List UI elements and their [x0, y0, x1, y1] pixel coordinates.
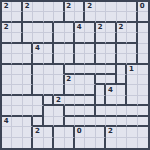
- cell-10-9[interactable]: [96, 106, 106, 116]
- cell-6-0[interactable]: [2, 65, 12, 75]
- room-clue: 4: [77, 24, 82, 31]
- cell-12-10[interactable]: 2: [106, 127, 116, 137]
- cell-7-12[interactable]: [127, 75, 137, 85]
- cell-11-3[interactable]: [33, 117, 43, 127]
- cell-0-8[interactable]: 2: [85, 2, 95, 12]
- room-clue: 2: [25, 3, 30, 10]
- cell-11-0[interactable]: 4: [2, 117, 12, 127]
- cell-8-8[interactable]: [85, 85, 95, 95]
- cell-10-3[interactable]: [33, 106, 43, 116]
- cell-6-2[interactable]: [23, 65, 33, 75]
- cell-12-8[interactable]: [85, 127, 95, 137]
- cell-10-10[interactable]: [106, 106, 116, 116]
- cell-8-1[interactable]: [12, 85, 22, 95]
- cell-7-1[interactable]: [12, 75, 22, 85]
- cell-13-3[interactable]: [33, 138, 43, 148]
- cell-2-1[interactable]: [12, 23, 22, 33]
- cell-2-11[interactable]: 2: [117, 23, 127, 33]
- cell-11-12[interactable]: [127, 117, 137, 127]
- cell-5-4[interactable]: [44, 54, 54, 64]
- cell-13-12[interactable]: [127, 138, 137, 148]
- room-clue: 2: [35, 128, 40, 135]
- cell-7-8[interactable]: [85, 75, 95, 85]
- cell-3-10[interactable]: [106, 33, 116, 43]
- cell-5-11[interactable]: [117, 54, 127, 64]
- cell-4-9[interactable]: [96, 44, 106, 54]
- cell-5-6[interactable]: [65, 54, 75, 64]
- cell-6-7[interactable]: [75, 65, 85, 75]
- cell-7-11[interactable]: [117, 75, 127, 85]
- room-clue: 2: [4, 24, 9, 31]
- cell-8-12[interactable]: [127, 85, 137, 95]
- cell-8-3[interactable]: [33, 85, 43, 95]
- cell-12-12[interactable]: [127, 127, 137, 137]
- cell-7-3[interactable]: [33, 75, 43, 85]
- cell-0-2[interactable]: 2: [23, 2, 33, 12]
- cell-0-7[interactable]: [75, 2, 85, 12]
- cell-11-10[interactable]: [106, 117, 116, 127]
- cell-8-10[interactable]: 4: [106, 85, 116, 95]
- cell-5-13[interactable]: [138, 54, 148, 64]
- cell-4-4[interactable]: [44, 44, 54, 54]
- cell-3-8[interactable]: [85, 33, 95, 43]
- cell-12-5[interactable]: [54, 127, 64, 137]
- cell-6-6[interactable]: [65, 65, 75, 75]
- cell-11-7[interactable]: [75, 117, 85, 127]
- cell-10-5[interactable]: [54, 106, 64, 116]
- cell-10-4[interactable]: [44, 106, 54, 116]
- cell-3-5[interactable]: [54, 33, 64, 43]
- cell-0-12[interactable]: [127, 2, 137, 12]
- cell-9-10[interactable]: [106, 96, 116, 106]
- cell-7-0[interactable]: [2, 75, 12, 85]
- cell-12-3[interactable]: 2: [33, 127, 43, 137]
- cell-1-9[interactable]: [96, 12, 106, 22]
- cell-9-4[interactable]: [44, 96, 54, 106]
- cell-2-3[interactable]: [33, 23, 43, 33]
- cell-10-2[interactable]: [23, 106, 33, 116]
- cell-11-4[interactable]: [44, 117, 54, 127]
- cell-4-1[interactable]: [12, 44, 22, 54]
- cell-1-13[interactable]: [138, 12, 148, 22]
- cell-8-4[interactable]: [44, 85, 54, 95]
- cell-4-10[interactable]: [106, 44, 116, 54]
- room-clue: 0: [77, 128, 82, 135]
- cell-6-5[interactable]: [54, 65, 64, 75]
- cell-3-3[interactable]: [33, 33, 43, 43]
- cell-12-1[interactable]: [12, 127, 22, 137]
- cell-5-3[interactable]: [33, 54, 43, 64]
- cell-13-4[interactable]: [44, 138, 54, 148]
- puzzle-board: 222202422412424202: [0, 0, 150, 150]
- cell-10-0[interactable]: [2, 106, 12, 116]
- cell-10-11[interactable]: [117, 106, 127, 116]
- cell-6-13[interactable]: [138, 65, 148, 75]
- cell-12-13[interactable]: [138, 127, 148, 137]
- cell-0-13[interactable]: 0: [138, 2, 148, 12]
- cell-5-12[interactable]: [127, 54, 137, 64]
- cell-13-9[interactable]: [96, 138, 106, 148]
- cell-6-10[interactable]: [106, 65, 116, 75]
- cell-0-6[interactable]: 2: [65, 2, 75, 12]
- cell-4-11[interactable]: [117, 44, 127, 54]
- cell-5-1[interactable]: [12, 54, 22, 64]
- cell-5-7[interactable]: [75, 54, 85, 64]
- room-clue: 4: [35, 44, 40, 51]
- cell-8-7[interactable]: [75, 85, 85, 95]
- cell-3-0[interactable]: [2, 33, 12, 43]
- cell-12-6[interactable]: [65, 127, 75, 137]
- cell-9-0[interactable]: [2, 96, 12, 106]
- cell-3-2[interactable]: [23, 33, 33, 43]
- room-clue: 2: [118, 24, 123, 31]
- cell-11-5[interactable]: [54, 117, 64, 127]
- room-clue: 2: [108, 128, 113, 135]
- cell-6-11[interactable]: [117, 65, 127, 75]
- cell-13-7[interactable]: [75, 138, 85, 148]
- cell-2-6[interactable]: [65, 23, 75, 33]
- cell-0-9[interactable]: [96, 2, 106, 12]
- room-clue: 2: [98, 24, 103, 31]
- cell-0-3[interactable]: [33, 2, 43, 12]
- cell-9-6[interactable]: [65, 96, 75, 106]
- cell-7-10[interactable]: [106, 75, 116, 85]
- cell-4-12[interactable]: [127, 44, 137, 54]
- cell-9-2[interactable]: [23, 96, 33, 106]
- cell-0-4[interactable]: [44, 2, 54, 12]
- cell-3-7[interactable]: [75, 33, 85, 43]
- cell-12-11[interactable]: [117, 127, 127, 137]
- cell-3-1[interactable]: [12, 33, 22, 43]
- cell-13-10[interactable]: [106, 138, 116, 148]
- room-clue: 2: [4, 3, 9, 10]
- cell-9-5[interactable]: 2: [54, 96, 64, 106]
- cell-1-2[interactable]: [23, 12, 33, 22]
- cell-11-13[interactable]: [138, 117, 148, 127]
- cell-11-6[interactable]: [65, 117, 75, 127]
- cell-11-2[interactable]: [23, 117, 33, 127]
- cell-0-5[interactable]: [54, 2, 64, 12]
- cell-7-2[interactable]: [23, 75, 33, 85]
- cell-11-9[interactable]: [96, 117, 106, 127]
- cell-2-7[interactable]: 4: [75, 23, 85, 33]
- cell-9-9[interactable]: [96, 96, 106, 106]
- cell-9-11[interactable]: [117, 96, 127, 106]
- room-clue: 0: [140, 3, 145, 10]
- room-clue: 2: [66, 3, 71, 10]
- cell-1-3[interactable]: [33, 12, 43, 22]
- cell-12-2[interactable]: [23, 127, 33, 137]
- cell-4-5[interactable]: [54, 44, 64, 54]
- cell-3-9[interactable]: [96, 33, 106, 43]
- cell-8-6[interactable]: [65, 85, 75, 95]
- cell-2-10[interactable]: [106, 23, 116, 33]
- cell-5-10[interactable]: [106, 54, 116, 64]
- cell-0-1[interactable]: [12, 2, 22, 12]
- cell-12-0[interactable]: [2, 127, 12, 137]
- cell-6-9[interactable]: [96, 65, 106, 75]
- cell-11-11[interactable]: [117, 117, 127, 127]
- cell-1-8[interactable]: [85, 12, 95, 22]
- room-clue: 1: [129, 65, 134, 72]
- cell-7-7[interactable]: [75, 75, 85, 85]
- cell-10-12[interactable]: [127, 106, 137, 116]
- cell-10-8[interactable]: [85, 106, 95, 116]
- cell-10-13[interactable]: [138, 106, 148, 116]
- room-clue: 4: [108, 86, 113, 93]
- cell-5-5[interactable]: [54, 54, 64, 64]
- cell-1-6[interactable]: [65, 12, 75, 22]
- cell-4-3[interactable]: 4: [33, 44, 43, 54]
- cell-1-10[interactable]: [106, 12, 116, 22]
- cell-7-9[interactable]: [96, 75, 106, 85]
- room-clue: 2: [56, 96, 61, 103]
- cell-13-8[interactable]: [85, 138, 95, 148]
- cell-0-11[interactable]: [117, 2, 127, 12]
- cell-1-11[interactable]: [117, 12, 127, 22]
- cell-13-6[interactable]: [65, 138, 75, 148]
- cell-4-6[interactable]: [65, 44, 75, 54]
- cell-10-1[interactable]: [12, 106, 22, 116]
- cell-6-8[interactable]: [85, 65, 95, 75]
- room-clue: 4: [4, 117, 9, 124]
- cell-8-9[interactable]: [96, 85, 106, 95]
- cell-9-7[interactable]: [75, 96, 85, 106]
- cell-7-13[interactable]: [138, 75, 148, 85]
- cell-1-7[interactable]: [75, 12, 85, 22]
- cell-10-7[interactable]: [75, 106, 85, 116]
- cell-13-5[interactable]: [54, 138, 64, 148]
- cell-13-13[interactable]: [138, 138, 148, 148]
- cell-9-12[interactable]: [127, 96, 137, 106]
- cell-12-7[interactable]: 0: [75, 127, 85, 137]
- cell-10-6[interactable]: [65, 106, 75, 116]
- cell-4-0[interactable]: [2, 44, 12, 54]
- cell-7-6[interactable]: 2: [65, 75, 75, 85]
- cell-12-9[interactable]: [96, 127, 106, 137]
- cell-2-9[interactable]: 2: [96, 23, 106, 33]
- cell-12-4[interactable]: [44, 127, 54, 137]
- cell-6-1[interactable]: [12, 65, 22, 75]
- cell-6-4[interactable]: [44, 65, 54, 75]
- cell-1-1[interactable]: [12, 12, 22, 22]
- cell-2-13[interactable]: [138, 23, 148, 33]
- heyawake-puzzle: 222202422412424202: [0, 0, 150, 150]
- cell-6-3[interactable]: [33, 65, 43, 75]
- cell-2-2[interactable]: [23, 23, 33, 33]
- cell-9-13[interactable]: [138, 96, 148, 106]
- cell-6-12[interactable]: 1: [127, 65, 137, 75]
- cell-4-2[interactable]: [23, 44, 33, 54]
- cell-13-1[interactable]: [12, 138, 22, 148]
- cell-4-13[interactable]: [138, 44, 148, 54]
- room-clue: 2: [87, 3, 92, 10]
- cell-13-11[interactable]: [117, 138, 127, 148]
- cell-4-7[interactable]: [75, 44, 85, 54]
- cell-2-0[interactable]: 2: [2, 23, 12, 33]
- cell-11-8[interactable]: [85, 117, 95, 127]
- cell-2-8[interactable]: [85, 23, 95, 33]
- cell-13-2[interactable]: [23, 138, 33, 148]
- cell-3-6[interactable]: [65, 33, 75, 43]
- cell-9-1[interactable]: [12, 96, 22, 106]
- cell-9-8[interactable]: [85, 96, 95, 106]
- cell-8-11[interactable]: [117, 85, 127, 95]
- cell-0-0[interactable]: 2: [2, 2, 12, 12]
- cell-3-4[interactable]: [44, 33, 54, 43]
- cell-8-13[interactable]: [138, 85, 148, 95]
- cell-7-5[interactable]: [54, 75, 64, 85]
- cell-5-0[interactable]: [2, 54, 12, 64]
- cell-0-10[interactable]: [106, 2, 116, 12]
- cell-1-12[interactable]: [127, 12, 137, 22]
- cell-1-0[interactable]: [2, 12, 12, 22]
- cell-8-2[interactable]: [23, 85, 33, 95]
- cell-5-9[interactable]: [96, 54, 106, 64]
- cell-7-4[interactable]: [44, 75, 54, 85]
- cell-2-4[interactable]: [44, 23, 54, 33]
- cell-1-4[interactable]: [44, 12, 54, 22]
- cell-5-2[interactable]: [23, 54, 33, 64]
- cell-9-3[interactable]: [33, 96, 43, 106]
- cell-2-5[interactable]: [54, 23, 64, 33]
- cell-8-0[interactable]: [2, 85, 12, 95]
- cell-13-0[interactable]: [2, 138, 12, 148]
- cell-5-8[interactable]: [85, 54, 95, 64]
- room-clue: 2: [66, 76, 71, 83]
- cell-3-12[interactable]: [127, 33, 137, 43]
- cell-1-5[interactable]: [54, 12, 64, 22]
- cell-11-1[interactable]: [12, 117, 22, 127]
- cell-3-13[interactable]: [138, 33, 148, 43]
- cell-4-8[interactable]: [85, 44, 95, 54]
- cell-2-12[interactable]: [127, 23, 137, 33]
- cell-3-11[interactable]: [117, 33, 127, 43]
